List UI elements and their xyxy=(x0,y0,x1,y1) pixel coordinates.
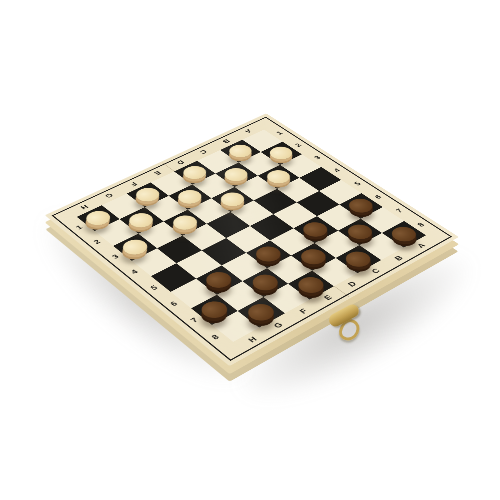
square-f6[interactable] xyxy=(222,253,267,281)
checker-dark-f7[interactable]: ⛂ xyxy=(247,271,282,293)
square-g8[interactable] xyxy=(238,297,285,327)
square-g7[interactable] xyxy=(217,281,263,311)
checker-dark-h7[interactable]: ⛂ xyxy=(196,298,232,321)
square-c8[interactable] xyxy=(336,245,381,273)
square-e6[interactable] xyxy=(246,240,291,268)
square-g5[interactable] xyxy=(177,251,222,279)
checker-dark-a8[interactable]: ⛂ xyxy=(387,224,421,245)
square-g6[interactable] xyxy=(196,266,242,295)
checkers-board: HGFEDCBA HGFEDCBA 12345678 12345678 ⛀⛀⛀⛀… xyxy=(45,113,459,366)
square-h5[interactable] xyxy=(151,263,196,292)
square-h6[interactable] xyxy=(171,279,217,308)
photo-scene: HGFEDCBA HGFEDCBA 12345678 12345678 ⛀⛀⛀⛀… xyxy=(0,0,500,500)
square-b8[interactable] xyxy=(359,233,404,260)
checker-dark-e8[interactable]: ⛂ xyxy=(293,274,328,296)
square-c7[interactable] xyxy=(314,231,359,258)
board-face: HGFEDCBA HGFEDCBA 12345678 12345678 ⛀⛀⛀⛀… xyxy=(45,113,459,366)
square-h3[interactable] xyxy=(113,233,157,260)
checker-dark-g8[interactable]: ⛂ xyxy=(243,301,279,324)
checker-dark-d7[interactable]: ⛂ xyxy=(296,246,331,267)
perspective-wrapper: HGFEDCBA HGFEDCBA 12345678 12345678 ⛀⛀⛀⛀… xyxy=(0,0,500,500)
square-d8[interactable] xyxy=(312,258,358,286)
board-grid: ⛀⛀⛀⛀⛀⛀⛀⛀⛀⛀⛀⛀⛂⛂⛂⛂⛂⛂⛂⛂⛂⛂⛂⛂ xyxy=(77,130,426,342)
file-labels-bottom: HGFEDCBA xyxy=(233,235,438,351)
square-f7[interactable] xyxy=(242,268,288,297)
square-e7[interactable] xyxy=(267,255,312,283)
checker-dark-g6[interactable]: ⛂ xyxy=(202,269,237,291)
square-h7[interactable] xyxy=(191,294,238,324)
square-f8[interactable] xyxy=(263,284,309,314)
checker-dark-e6[interactable]: ⛂ xyxy=(251,244,285,265)
rank-labels-left: 12345678 xyxy=(63,217,233,350)
square-d6[interactable] xyxy=(270,228,314,255)
square-d7[interactable] xyxy=(291,243,336,271)
square-g4[interactable] xyxy=(157,236,201,263)
square-e8[interactable] xyxy=(288,271,334,300)
square-f4[interactable] xyxy=(182,224,226,251)
square-h4[interactable] xyxy=(132,248,177,276)
checker-dark-c8[interactable]: ⛂ xyxy=(341,248,376,269)
square-h8[interactable] xyxy=(212,311,259,342)
square-e5[interactable] xyxy=(226,226,270,253)
checker-light-h3[interactable]: ⛀ xyxy=(118,237,152,258)
square-f5[interactable] xyxy=(202,238,247,266)
